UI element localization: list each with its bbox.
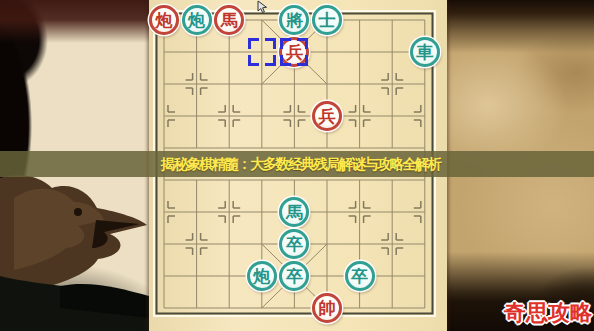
piece-black-卒-f6r8[interactable]: 卒: [345, 261, 375, 291]
banner-title-text: 揭秘象棋精髓：大多数经典残局解谜与攻略全解析: [161, 155, 440, 174]
screenshot-stage: 炮炮馬將士兵車兵馬卒炮卒卒帥 揭秘象棋精髓：大多数经典残局解谜与攻略全解析 奇思…: [0, 0, 594, 331]
piece-black-炮-f3r8[interactable]: 炮: [247, 261, 277, 291]
piece-red-炮-f0r0[interactable]: 炮: [149, 5, 179, 35]
dragon-carving-photo: [0, 168, 149, 331]
piece-red-馬-f2r0[interactable]: 馬: [214, 5, 244, 35]
piece-black-士-f5r0[interactable]: 士: [312, 5, 342, 35]
piece-red-兵-f5r3[interactable]: 兵: [312, 101, 342, 131]
piece-red-帥-f5r9[interactable]: 帥: [312, 293, 342, 323]
piece-black-車-f8r1[interactable]: 車: [410, 37, 440, 67]
mouse-cursor-icon: [257, 0, 268, 14]
title-banner: 揭秘象棋精髓：大多数经典残局解谜与攻略全解析: [0, 151, 594, 177]
watermark-logo-text: 奇思攻略: [504, 298, 592, 328]
piece-black-炮-f1r0[interactable]: 炮: [182, 5, 212, 35]
